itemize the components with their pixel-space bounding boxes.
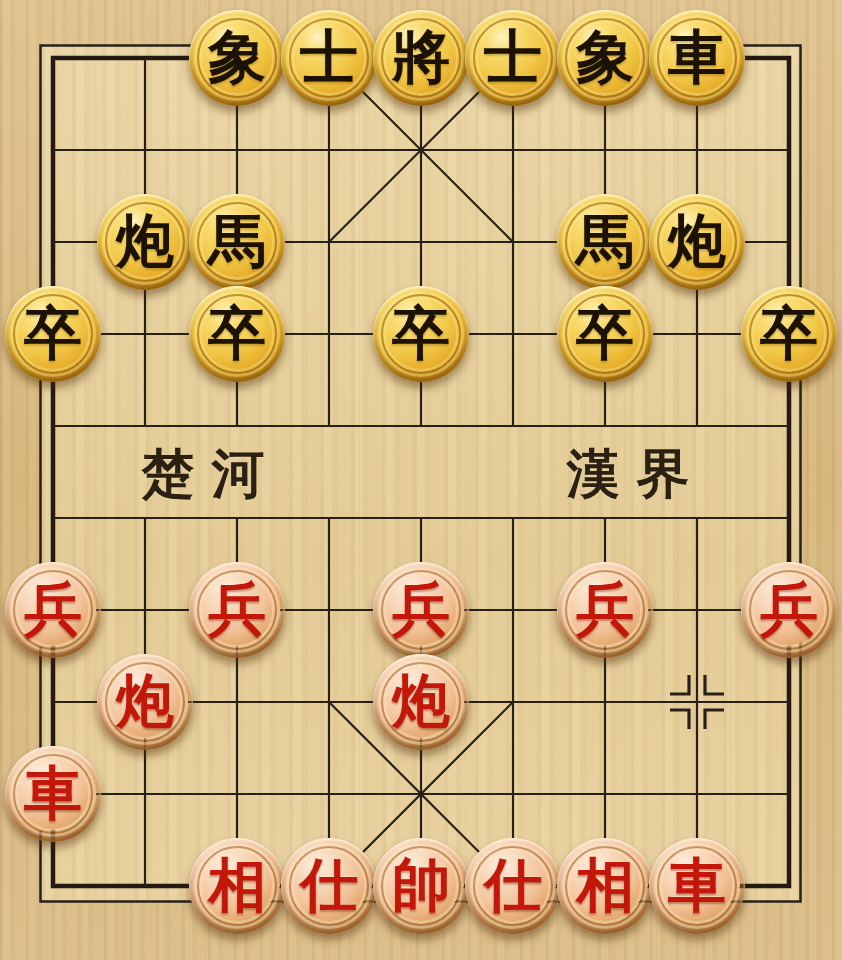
piece-character: 士 [484,28,542,86]
red-advisor[interactable]: 仕 [465,838,561,934]
piece-character: 炮 [116,212,174,270]
piece-character: 卒 [576,304,634,362]
red-soldier[interactable]: 兵 [5,562,101,658]
piece-character: 馬 [208,212,266,270]
black-advisor[interactable]: 士 [281,10,377,106]
black-elephant[interactable]: 象 [189,10,285,106]
black-soldier[interactable]: 卒 [189,286,285,382]
piece-character: 象 [208,28,266,86]
red-soldier[interactable]: 兵 [557,562,653,658]
red-soldier[interactable]: 兵 [189,562,285,658]
piece-character: 卒 [760,304,818,362]
piece-character: 馬 [576,212,634,270]
piece-character: 兵 [576,580,634,638]
red-chariot[interactable]: 車 [5,746,101,842]
piece-character: 兵 [392,580,450,638]
black-horse[interactable]: 馬 [557,194,653,290]
red-cannon[interactable]: 炮 [373,654,469,750]
red-cannon[interactable]: 炮 [97,654,193,750]
piece-character: 卒 [208,304,266,362]
piece-character: 車 [24,764,82,822]
piece-character: 象 [576,28,634,86]
black-elephant[interactable]: 象 [557,10,653,106]
board-grid[interactable]: 象士將士象車炮馬馬炮卒卒卒卒卒兵兵兵兵兵炮炮車相仕帥仕相車 [7,12,835,932]
piece-character: 仕 [300,856,358,914]
xiangqi-board-screen: 楚河 漢界 象士將士象車炮馬馬炮卒卒卒卒卒兵兵兵兵兵炮炮車相仕帥仕相車 [0,0,842,960]
black-soldier[interactable]: 卒 [373,286,469,382]
piece-character: 相 [576,856,634,914]
black-cannon[interactable]: 炮 [649,194,745,290]
piece-character: 車 [668,856,726,914]
black-cannon[interactable]: 炮 [97,194,193,290]
black-soldier[interactable]: 卒 [557,286,653,382]
piece-character: 仕 [484,856,542,914]
piece-character: 車 [668,28,726,86]
red-advisor[interactable]: 仕 [281,838,377,934]
black-general[interactable]: 將 [373,10,469,106]
piece-character: 士 [300,28,358,86]
piece-character: 炮 [668,212,726,270]
piece-character: 兵 [24,580,82,638]
piece-character: 炮 [392,672,450,730]
piece-character: 帥 [392,856,450,914]
red-elephant[interactable]: 相 [557,838,653,934]
piece-character: 卒 [24,304,82,362]
black-soldier[interactable]: 卒 [741,286,837,382]
red-elephant[interactable]: 相 [189,838,285,934]
black-advisor[interactable]: 士 [465,10,561,106]
piece-character: 炮 [116,672,174,730]
red-general[interactable]: 帥 [373,838,469,934]
black-horse[interactable]: 馬 [189,194,285,290]
piece-character: 兵 [760,580,818,638]
red-soldier[interactable]: 兵 [741,562,837,658]
red-soldier[interactable]: 兵 [373,562,469,658]
black-soldier[interactable]: 卒 [5,286,101,382]
piece-character: 兵 [208,580,266,638]
piece-character: 相 [208,856,266,914]
piece-character: 將 [392,28,450,86]
red-chariot[interactable]: 車 [649,838,745,934]
black-chariot[interactable]: 車 [649,10,745,106]
piece-character: 卒 [392,304,450,362]
